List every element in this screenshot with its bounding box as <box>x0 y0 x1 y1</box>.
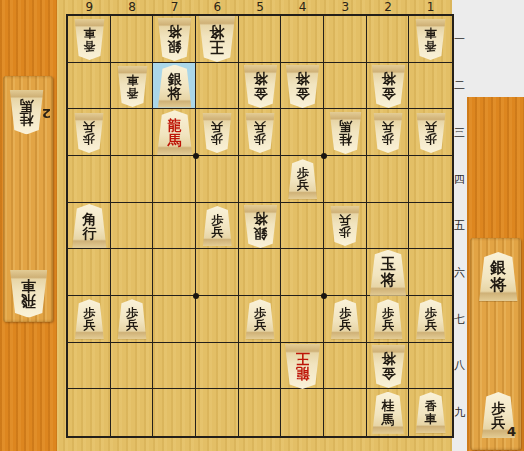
piece-kanji: 桂 <box>382 399 395 412</box>
piece-kanji: 王 <box>210 39 225 54</box>
piece-kanji: 兵 <box>211 120 223 132</box>
board-square[interactable] <box>68 389 111 436</box>
board-square[interactable] <box>324 63 367 110</box>
board-square[interactable] <box>196 343 239 390</box>
piece-kanji: 王 <box>296 352 310 366</box>
board-square[interactable] <box>409 343 452 390</box>
piece-kanji: 香 <box>126 86 138 98</box>
piece-kanji: 将 <box>253 72 267 86</box>
piece-kanji: 兵 <box>297 179 309 191</box>
board-square[interactable] <box>324 343 367 390</box>
piece-kanji: 将 <box>490 277 506 293</box>
piece-kanji: 銀 <box>253 226 267 240</box>
board-square[interactable] <box>196 156 239 203</box>
piece-kanji: 兵 <box>425 120 437 132</box>
board-square[interactable] <box>281 389 324 436</box>
piece-kanji: 将 <box>210 24 225 39</box>
piece-kanji: 車 <box>83 27 95 39</box>
piece-kanji: 将 <box>168 25 182 39</box>
board-square[interactable] <box>153 249 196 296</box>
piece-kanji: 龍 <box>296 366 310 380</box>
piece-kanji: 兵 <box>211 226 223 238</box>
piece-kanji: 金 <box>381 86 395 100</box>
piece-kanji: 兵 <box>339 319 351 331</box>
piece-kanji: 歩 <box>211 133 223 145</box>
piece-kanji: 兵 <box>126 319 138 331</box>
file-label: 3 <box>324 0 367 14</box>
piece-kanji: 桂 <box>339 133 352 146</box>
piece-kanji: 兵 <box>425 319 437 331</box>
rank-label: 六 <box>452 249 467 296</box>
board-square[interactable] <box>68 63 111 110</box>
board-square[interactable] <box>367 203 410 250</box>
board-square[interactable] <box>153 203 196 250</box>
rank-label: 四 <box>452 156 467 203</box>
piece-kanji: 将 <box>381 273 396 288</box>
board-square[interactable] <box>196 389 239 436</box>
hoshi-dot <box>193 293 199 299</box>
board-square[interactable] <box>324 389 367 436</box>
piece-kanji: 歩 <box>83 133 95 145</box>
board-square[interactable] <box>111 203 154 250</box>
board-square[interactable] <box>153 389 196 436</box>
board-square[interactable] <box>409 249 452 296</box>
piece-kanji: 車 <box>126 74 138 86</box>
piece-kanji: 将 <box>253 212 267 226</box>
board-square[interactable] <box>196 296 239 343</box>
piece-kanji: 歩 <box>339 226 351 238</box>
board-square[interactable] <box>111 343 154 390</box>
board-square[interactable] <box>196 249 239 296</box>
piece-kanji: 馬 <box>168 133 182 147</box>
board-square[interactable] <box>239 16 282 63</box>
piece-kanji: 桂 <box>20 112 34 126</box>
rank-label: 二 <box>452 63 467 110</box>
piece-kanji: 兵 <box>339 214 351 226</box>
board-square[interactable] <box>281 296 324 343</box>
board-square[interactable] <box>409 156 452 203</box>
hoshi-dot <box>193 153 199 159</box>
board-square[interactable] <box>111 249 154 296</box>
file-label: 9 <box>68 0 111 14</box>
board-square[interactable] <box>281 249 324 296</box>
piece-kanji: 兵 <box>382 319 394 331</box>
board-square[interactable] <box>111 109 154 156</box>
board-square[interactable] <box>239 249 282 296</box>
piece-kanji: 兵 <box>382 120 394 132</box>
board-square[interactable] <box>367 156 410 203</box>
board-square[interactable] <box>409 203 452 250</box>
file-label: 1 <box>409 0 452 14</box>
gote-hand-count: 2 <box>42 106 51 121</box>
piece-kanji: 飛 <box>21 294 36 309</box>
rank-label: 一 <box>452 16 467 63</box>
piece-kanji: 金 <box>296 86 310 100</box>
piece-kanji: 歩 <box>492 401 506 415</box>
piece-kanji: 歩 <box>425 133 437 145</box>
hoshi-dot <box>321 293 327 299</box>
rank-label: 五 <box>452 203 467 250</box>
piece-kanji: 車 <box>21 279 36 294</box>
board-square[interactable] <box>281 109 324 156</box>
piece-kanji: 車 <box>425 413 437 425</box>
board-square[interactable] <box>239 343 282 390</box>
piece-kanji: 香 <box>425 39 437 51</box>
board-square[interactable] <box>111 389 154 436</box>
piece-kanji: 馬 <box>339 119 352 132</box>
board-square[interactable] <box>324 16 367 63</box>
rank-label: 三 <box>452 109 467 156</box>
board-square[interactable] <box>68 156 111 203</box>
piece-kanji: 兵 <box>83 120 95 132</box>
board-square[interactable] <box>239 389 282 436</box>
board-square[interactable] <box>324 156 367 203</box>
shogi-app: 987654321一二三四五六七八九香車香車香車銀将王将金将金将金将金将桂馬銀将… <box>0 0 524 451</box>
piece-kanji: 兵 <box>254 319 266 331</box>
board-square[interactable] <box>281 16 324 63</box>
piece-kanji: 龍 <box>168 118 182 132</box>
file-label: 2 <box>367 0 410 14</box>
piece-kanji: 角 <box>82 212 96 226</box>
board-square[interactable] <box>324 249 367 296</box>
board-square[interactable] <box>111 156 154 203</box>
board-square[interactable] <box>196 63 239 110</box>
hoshi-dot <box>321 153 327 159</box>
piece-kanji: 香 <box>83 39 95 51</box>
board-square[interactable] <box>409 63 452 110</box>
board-square[interactable] <box>111 16 154 63</box>
piece-kanji: 行 <box>82 226 96 240</box>
board-square[interactable] <box>281 203 324 250</box>
piece-kanji: 車 <box>425 27 437 39</box>
piece-kanji: 歩 <box>382 133 394 145</box>
file-label: 6 <box>196 0 239 14</box>
piece-kanji: 金 <box>253 86 267 100</box>
file-label: 5 <box>239 0 282 14</box>
piece-kanji: 将 <box>296 72 310 86</box>
board-square[interactable] <box>367 16 410 63</box>
file-label: 4 <box>281 0 324 14</box>
board-square[interactable] <box>153 156 196 203</box>
piece-kanji: 兵 <box>83 319 95 331</box>
board-square[interactable] <box>153 343 196 390</box>
rank-label: 八 <box>452 343 467 390</box>
piece-kanji: 馬 <box>20 98 34 112</box>
file-label: 7 <box>153 0 196 14</box>
piece-kanji: 将 <box>168 86 182 100</box>
board-square[interactable] <box>68 343 111 390</box>
piece-kanji: 兵 <box>254 120 266 132</box>
piece-kanji: 兵 <box>492 415 506 429</box>
piece-kanji: 馬 <box>382 413 395 426</box>
piece-kanji: 歩 <box>254 133 266 145</box>
board-square[interactable] <box>239 156 282 203</box>
piece-kanji: 香 <box>425 400 437 412</box>
board-square[interactable] <box>68 249 111 296</box>
sente-hand-count: 4 <box>507 424 516 439</box>
piece-kanji: 将 <box>381 72 395 86</box>
board-square[interactable] <box>153 296 196 343</box>
piece-kanji: 金 <box>381 366 395 380</box>
piece-kanji: 銀 <box>168 39 182 53</box>
piece-kanji: 銀 <box>168 72 182 86</box>
rank-label: 九 <box>452 389 467 436</box>
rank-label: 七 <box>452 296 467 343</box>
piece-kanji: 将 <box>381 352 395 366</box>
file-label: 8 <box>111 0 154 14</box>
